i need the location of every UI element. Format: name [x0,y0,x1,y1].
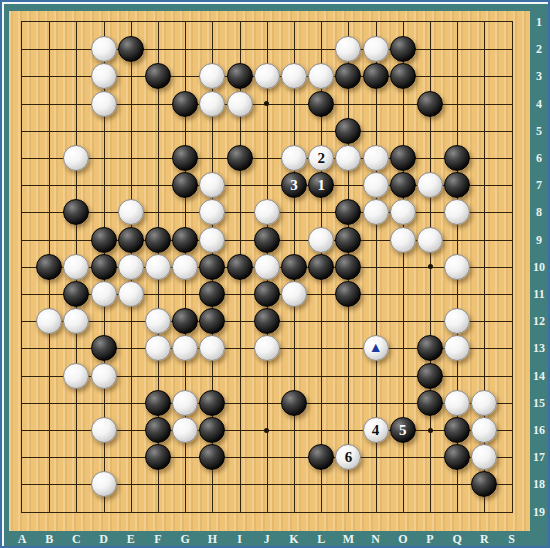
star-point [428,264,433,269]
black-stone [281,390,307,416]
white-stone [363,172,389,198]
white-stone [91,363,117,389]
white-stone [363,36,389,62]
row-label: 18 [533,477,545,492]
row-label: 2 [536,42,542,57]
column-label: F [154,532,161,547]
black-stone [281,254,307,280]
black-stone [390,172,416,198]
column-label: K [289,532,298,547]
black-stone [172,145,198,171]
column-label: C [72,532,81,547]
white-stone: 2 [308,145,334,171]
row-label: 1 [536,15,542,30]
column-label: P [426,532,433,547]
white-stone [172,254,198,280]
row-label: 4 [536,96,542,111]
row-label: 13 [533,341,545,356]
white-stone [172,417,198,443]
row-label: 8 [536,205,542,220]
white-stone [417,227,443,253]
column-label: Q [453,532,462,547]
white-stone [390,227,416,253]
black-stone [254,281,280,307]
row-label: 19 [533,504,545,519]
row-label: 10 [533,259,545,274]
black-stone [363,63,389,89]
black-stone [145,390,171,416]
black-stone [335,227,361,253]
white-stone [363,145,389,171]
column-label: B [45,532,53,547]
white-stone [63,254,89,280]
white-stone [199,227,225,253]
black-stone [390,36,416,62]
move-number-label: 3 [290,178,298,193]
row-label: 17 [533,450,545,465]
black-stone [172,227,198,253]
white-stone [118,199,144,225]
black-stone [335,118,361,144]
white-stone [308,227,334,253]
white-stone [91,36,117,62]
white-stone [91,281,117,307]
white-stone [91,417,117,443]
black-stone [36,254,62,280]
row-label: 14 [533,368,545,383]
white-stone [254,335,280,361]
column-label: H [208,532,217,547]
white-stone [118,281,144,307]
white-stone [390,199,416,225]
white-stone [254,63,280,89]
row-label: 7 [536,178,542,193]
row-label: 3 [536,69,542,84]
go-diagram-frame: 231▲456 12345678910111213141516171819 AB… [0,0,550,548]
go-board[interactable]: 231▲456 [9,11,530,531]
black-stone [308,254,334,280]
black-stone [390,145,416,171]
column-label: O [398,532,407,547]
row-label: 9 [536,232,542,247]
black-stone [145,444,171,470]
row-label: 12 [533,314,545,329]
white-stone [281,145,307,171]
white-stone [444,390,470,416]
black-stone [199,254,225,280]
white-stone [444,254,470,280]
white-stone [363,199,389,225]
black-stone: 3 [281,172,307,198]
black-stone [145,227,171,253]
black-stone [227,254,253,280]
column-label: D [99,532,108,547]
black-stone [227,63,253,89]
black-stone [145,417,171,443]
white-stone [118,254,144,280]
black-stone [417,390,443,416]
black-stone [91,254,117,280]
white-stone [254,254,280,280]
column-label: M [343,532,354,547]
white-stone [91,63,117,89]
move-number-label: 4 [372,423,380,438]
row-label: 15 [533,395,545,410]
column-label: R [480,532,489,547]
black-stone [91,227,117,253]
row-label: 16 [533,423,545,438]
black-stone [91,335,117,361]
black-stone [444,145,470,171]
move-number-label: 5 [399,423,407,438]
white-stone [63,363,89,389]
black-stone [390,63,416,89]
white-stone [281,281,307,307]
white-stone [91,91,117,117]
white-stone [145,254,171,280]
move-number-label: 2 [317,151,325,166]
white-stone [227,91,253,117]
black-stone [444,417,470,443]
move-number-label: 1 [317,178,325,193]
white-stone: 4 [363,417,389,443]
triangle-mark-icon: ▲ [369,341,383,355]
column-label: G [181,532,190,547]
column-label: A [18,532,27,547]
black-stone [335,254,361,280]
black-stone [227,145,253,171]
black-stone [118,36,144,62]
black-stone [172,91,198,117]
white-stone [471,390,497,416]
black-stone [199,390,225,416]
black-stone [118,227,144,253]
black-stone: 5 [390,417,416,443]
column-label: J [264,532,270,547]
star-point [428,428,433,433]
column-label: S [508,532,515,547]
black-stone [254,227,280,253]
white-stone [254,199,280,225]
white-stone [172,390,198,416]
white-stone [199,91,225,117]
white-stone [91,471,117,497]
star-point [264,428,269,433]
column-label: N [371,532,380,547]
row-label: 5 [536,123,542,138]
black-stone [254,308,280,334]
black-stone [417,91,443,117]
row-label: 11 [533,287,544,302]
black-stone [308,91,334,117]
column-label: E [127,532,135,547]
column-label: L [317,532,325,547]
column-label: I [237,532,242,547]
row-label: 6 [536,151,542,166]
move-number-label: 6 [345,450,353,465]
grid-line-horizontal [22,457,512,458]
white-stone [417,172,443,198]
white-stone [145,308,171,334]
black-stone [417,363,443,389]
white-stone: ▲ [363,335,389,361]
